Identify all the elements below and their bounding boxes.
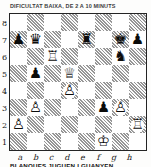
white-rook: ♖ — [129, 116, 146, 133]
square-e4[interactable] — [78, 82, 95, 99]
square-b4[interactable] — [27, 82, 44, 99]
square-a1[interactable] — [10, 133, 27, 150]
square-d8[interactable] — [61, 14, 78, 31]
square-b5[interactable]: ♟ — [27, 65, 44, 82]
white-pawn: ♙ — [112, 99, 129, 116]
rank-label-7: 7 — [0, 32, 9, 49]
black-pawn: ♟ — [95, 99, 112, 116]
square-e3[interactable] — [78, 99, 95, 116]
square-d4[interactable]: ♙ — [61, 82, 78, 99]
square-f5[interactable] — [95, 65, 112, 82]
white-pawn: ♙ — [61, 82, 78, 99]
square-a4[interactable] — [10, 82, 27, 99]
square-a3[interactable] — [10, 99, 27, 116]
rank-label-1: 1 — [0, 134, 9, 151]
white-rook: ♖ — [44, 48, 61, 65]
square-g4[interactable] — [112, 82, 129, 99]
square-d2[interactable] — [61, 116, 78, 133]
square-a8[interactable] — [10, 14, 27, 31]
square-e8[interactable] — [78, 14, 95, 31]
square-g8[interactable] — [112, 14, 129, 31]
square-h1[interactable] — [129, 133, 146, 150]
file-label-e: e — [75, 153, 91, 162]
black-knight: ♞ — [112, 48, 129, 65]
square-g3[interactable]: ♙ — [112, 99, 129, 116]
chess-board-area: 87654321 ♟♛♜♚♟♖♞♟♕♙♙♟♙♙♖♔ abcdefgh — [9, 13, 147, 151]
square-g2[interactable] — [112, 116, 129, 133]
square-d1[interactable] — [61, 133, 78, 150]
square-a7[interactable]: ♟ — [10, 31, 27, 48]
square-a2[interactable]: ♙ — [10, 116, 27, 133]
file-label-g: g — [106, 153, 122, 162]
rank-label-5: 5 — [0, 66, 9, 83]
black-king: ♚ — [112, 31, 129, 48]
square-e1[interactable] — [78, 133, 95, 150]
square-c6[interactable]: ♖ — [44, 48, 61, 65]
square-c5[interactable] — [44, 65, 61, 82]
square-c4[interactable] — [44, 82, 61, 99]
black-queen: ♛ — [27, 31, 44, 48]
instruction-caption: BLANQUES JUGUEN I GUANYEN — [10, 162, 113, 167]
square-b6[interactable] — [27, 48, 44, 65]
square-f4[interactable] — [95, 82, 112, 99]
square-f2[interactable] — [95, 116, 112, 133]
square-h6[interactable] — [129, 48, 146, 65]
file-labels: abcdefgh — [12, 153, 137, 162]
square-e6[interactable] — [78, 48, 95, 65]
chess-board: ♟♛♜♚♟♖♞♟♕♙♙♟♙♙♖♔ — [9, 13, 147, 151]
square-f8[interactable] — [95, 14, 112, 31]
black-rook: ♜ — [78, 31, 95, 48]
rank-labels: 87654321 — [0, 15, 9, 151]
square-b8[interactable] — [27, 14, 44, 31]
square-g1[interactable] — [112, 133, 129, 150]
file-label-a: a — [12, 153, 28, 162]
square-b3[interactable]: ♙ — [27, 99, 44, 116]
black-pawn: ♟ — [27, 65, 44, 82]
square-d5[interactable]: ♕ — [61, 65, 78, 82]
square-b1[interactable] — [27, 133, 44, 150]
rank-label-8: 8 — [0, 15, 9, 32]
square-e5[interactable] — [78, 65, 95, 82]
black-pawn: ♟ — [129, 31, 146, 48]
square-a5[interactable] — [10, 65, 27, 82]
square-c2[interactable] — [44, 116, 61, 133]
file-label-h: h — [121, 153, 137, 162]
square-h3[interactable] — [129, 99, 146, 116]
square-h8[interactable] — [129, 14, 146, 31]
white-king: ♔ — [95, 133, 112, 150]
difficulty-caption: DIFICULTAT BAIXA, DE 2 A 10 MINUTS — [10, 3, 116, 9]
white-pawn: ♙ — [27, 99, 44, 116]
square-b7[interactable]: ♛ — [27, 31, 44, 48]
rank-label-2: 2 — [0, 117, 9, 134]
square-g6[interactable]: ♞ — [112, 48, 129, 65]
file-label-b: b — [28, 153, 44, 162]
square-e2[interactable] — [78, 116, 95, 133]
rank-label-6: 6 — [0, 49, 9, 66]
square-f7[interactable] — [95, 31, 112, 48]
square-c8[interactable] — [44, 14, 61, 31]
square-c3[interactable] — [44, 99, 61, 116]
square-c1[interactable] — [44, 133, 61, 150]
square-e7[interactable]: ♜ — [78, 31, 95, 48]
square-a6[interactable] — [10, 48, 27, 65]
white-queen: ♕ — [61, 65, 78, 82]
square-h7[interactable]: ♟ — [129, 31, 146, 48]
square-h4[interactable] — [129, 82, 146, 99]
rank-label-4: 4 — [0, 83, 9, 100]
square-d6[interactable] — [61, 48, 78, 65]
rank-label-3: 3 — [0, 100, 9, 117]
file-label-d: d — [59, 153, 75, 162]
square-b2[interactable] — [27, 116, 44, 133]
square-h2[interactable]: ♖ — [129, 116, 146, 133]
square-d3[interactable] — [61, 99, 78, 116]
white-pawn: ♙ — [10, 116, 27, 133]
black-pawn: ♟ — [10, 31, 27, 48]
file-label-f: f — [90, 153, 106, 162]
square-f6[interactable] — [95, 48, 112, 65]
square-c7[interactable] — [44, 31, 61, 48]
file-label-c: c — [43, 153, 59, 162]
square-f3[interactable]: ♟ — [95, 99, 112, 116]
square-f1[interactable]: ♔ — [95, 133, 112, 150]
square-g7[interactable]: ♚ — [112, 31, 129, 48]
square-g5[interactable] — [112, 65, 129, 82]
square-d7[interactable] — [61, 31, 78, 48]
square-h5[interactable] — [129, 65, 146, 82]
